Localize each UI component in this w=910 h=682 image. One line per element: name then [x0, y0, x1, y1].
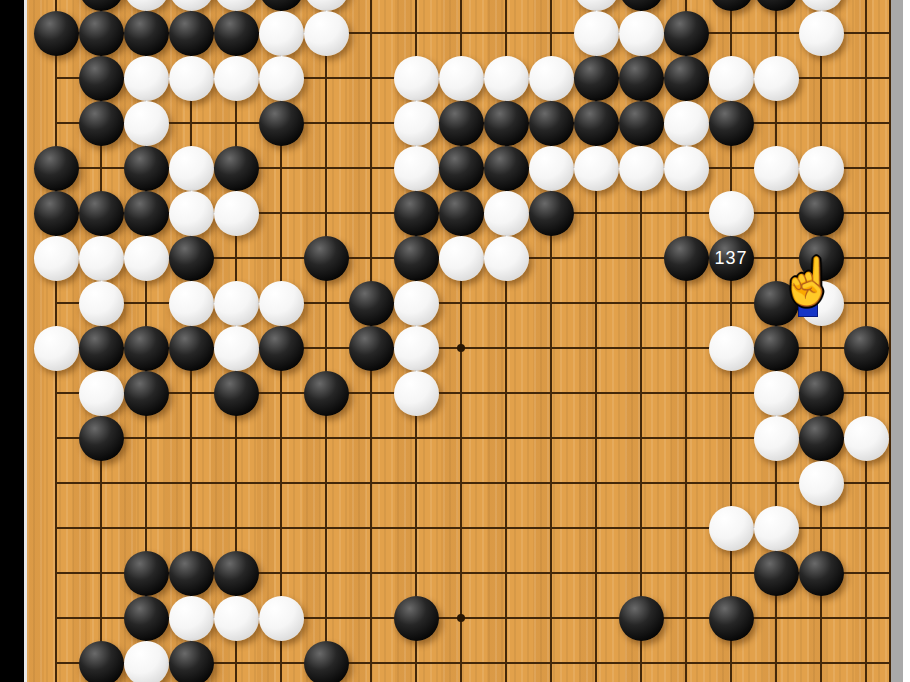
white-stone[interactable] [394, 56, 439, 101]
white-stone[interactable] [619, 146, 664, 191]
white-stone[interactable] [439, 56, 484, 101]
black-stone[interactable] [124, 326, 169, 371]
white-stone[interactable] [484, 236, 529, 281]
black-stone[interactable] [844, 326, 889, 371]
white-stone[interactable] [124, 56, 169, 101]
black-stone[interactable] [79, 416, 124, 461]
black-stone[interactable] [709, 0, 754, 11]
black-stone[interactable] [79, 191, 124, 236]
white-stone[interactable] [709, 326, 754, 371]
black-stone[interactable] [259, 326, 304, 371]
white-stone[interactable] [214, 326, 259, 371]
hoshi-point [457, 614, 465, 622]
white-stone[interactable] [664, 101, 709, 146]
black-stone[interactable] [529, 191, 574, 236]
white-stone[interactable] [664, 146, 709, 191]
go-client-viewport: 137 ☝ [0, 0, 910, 682]
black-stone[interactable] [79, 56, 124, 101]
black-stone[interactable] [79, 641, 124, 682]
white-stone[interactable] [169, 596, 214, 641]
black-stone[interactable] [709, 101, 754, 146]
black-stone[interactable] [619, 56, 664, 101]
window-right-margin [903, 0, 910, 682]
white-stone[interactable] [754, 371, 799, 416]
white-stone[interactable] [34, 236, 79, 281]
black-stone[interactable] [709, 596, 754, 641]
black-stone[interactable] [169, 641, 214, 682]
white-stone[interactable] [484, 191, 529, 236]
white-stone[interactable] [259, 596, 304, 641]
black-stone[interactable] [619, 101, 664, 146]
black-stone[interactable] [214, 11, 259, 56]
white-stone[interactable] [799, 0, 844, 11]
black-stone[interactable] [394, 596, 439, 641]
black-stone[interactable] [124, 191, 169, 236]
black-stone[interactable] [214, 146, 259, 191]
black-stone[interactable] [349, 281, 394, 326]
black-stone[interactable] [574, 101, 619, 146]
black-stone[interactable] [799, 551, 844, 596]
white-stone[interactable] [709, 56, 754, 101]
grid-line-horizontal [55, 482, 890, 484]
white-stone[interactable] [574, 11, 619, 56]
white-stone[interactable] [214, 191, 259, 236]
white-stone[interactable] [214, 56, 259, 101]
white-stone[interactable] [709, 506, 754, 551]
black-stone[interactable] [529, 101, 574, 146]
black-stone[interactable] [484, 101, 529, 146]
white-stone[interactable] [34, 326, 79, 371]
black-stone[interactable] [214, 371, 259, 416]
white-stone[interactable] [169, 146, 214, 191]
black-stone[interactable] [304, 236, 349, 281]
black-stone[interactable] [259, 0, 304, 11]
white-stone[interactable] [754, 146, 799, 191]
black-stone[interactable] [619, 596, 664, 641]
white-stone[interactable] [259, 56, 304, 101]
white-stone[interactable] [79, 371, 124, 416]
black-stone[interactable] [799, 371, 844, 416]
black-stone[interactable] [124, 596, 169, 641]
black-stone[interactable] [34, 191, 79, 236]
black-stone[interactable] [349, 326, 394, 371]
black-stone[interactable] [34, 11, 79, 56]
white-stone[interactable] [124, 641, 169, 682]
black-stone[interactable] [169, 551, 214, 596]
white-stone[interactable] [799, 146, 844, 191]
black-stone[interactable] [304, 371, 349, 416]
hand-cursor-icon: ☝ [779, 252, 831, 312]
white-stone[interactable] [799, 11, 844, 56]
white-stone[interactable] [394, 101, 439, 146]
white-stone[interactable] [124, 236, 169, 281]
window-left-bar-highlight [24, 0, 27, 682]
hoshi-point [457, 344, 465, 352]
white-stone[interactable] [439, 236, 484, 281]
white-stone[interactable] [754, 506, 799, 551]
window-left-bar [0, 0, 24, 682]
white-stone[interactable] [709, 191, 754, 236]
black-stone[interactable] [79, 0, 124, 11]
black-stone[interactable] [664, 11, 709, 56]
white-stone[interactable] [79, 281, 124, 326]
move-number-label: 137 [691, 248, 771, 269]
black-stone[interactable] [124, 146, 169, 191]
white-stone[interactable] [394, 146, 439, 191]
white-stone[interactable] [169, 281, 214, 326]
black-stone[interactable] [79, 326, 124, 371]
white-stone[interactable] [619, 11, 664, 56]
black-stone[interactable] [34, 146, 79, 191]
white-stone[interactable] [124, 101, 169, 146]
black-stone[interactable] [394, 236, 439, 281]
black-stone[interactable] [304, 641, 349, 682]
white-stone[interactable] [259, 11, 304, 56]
black-stone[interactable] [574, 56, 619, 101]
black-stone[interactable] [169, 236, 214, 281]
black-stone[interactable] [124, 11, 169, 56]
black-stone[interactable] [124, 371, 169, 416]
black-stone[interactable] [754, 326, 799, 371]
white-stone[interactable] [484, 56, 529, 101]
white-stone[interactable] [394, 326, 439, 371]
white-stone[interactable] [214, 281, 259, 326]
black-stone[interactable] [484, 146, 529, 191]
black-stone[interactable] [439, 146, 484, 191]
white-stone[interactable] [529, 56, 574, 101]
go-board[interactable] [27, 0, 891, 682]
black-stone[interactable] [259, 101, 304, 146]
black-stone[interactable] [799, 191, 844, 236]
black-stone[interactable] [79, 101, 124, 146]
white-stone[interactable] [304, 11, 349, 56]
white-stone[interactable] [214, 596, 259, 641]
white-stone[interactable] [574, 146, 619, 191]
black-stone[interactable] [799, 416, 844, 461]
white-stone[interactable] [259, 281, 304, 326]
black-stone[interactable] [169, 11, 214, 56]
white-stone[interactable] [394, 371, 439, 416]
white-stone[interactable] [169, 56, 214, 101]
white-stone[interactable] [754, 416, 799, 461]
white-stone[interactable] [574, 0, 619, 11]
white-stone[interactable] [394, 281, 439, 326]
white-stone[interactable] [529, 146, 574, 191]
black-stone[interactable] [664, 56, 709, 101]
white-stone[interactable] [304, 0, 349, 11]
window-right-strip [891, 0, 903, 682]
black-stone[interactable] [124, 551, 169, 596]
white-stone[interactable] [754, 56, 799, 101]
black-stone[interactable] [439, 191, 484, 236]
black-stone[interactable] [169, 326, 214, 371]
white-stone[interactable] [214, 0, 259, 11]
white-stone[interactable] [124, 0, 169, 11]
black-stone[interactable] [439, 101, 484, 146]
grid-line-vertical [325, 0, 327, 682]
white-stone[interactable] [79, 236, 124, 281]
black-stone[interactable] [619, 0, 664, 11]
black-stone[interactable] [394, 191, 439, 236]
white-stone[interactable] [169, 0, 214, 11]
white-stone[interactable] [844, 416, 889, 461]
black-stone[interactable] [79, 11, 124, 56]
white-stone[interactable] [169, 191, 214, 236]
black-stone[interactable] [754, 551, 799, 596]
black-stone[interactable] [754, 0, 799, 11]
black-stone[interactable] [214, 551, 259, 596]
white-stone[interactable] [799, 461, 844, 506]
